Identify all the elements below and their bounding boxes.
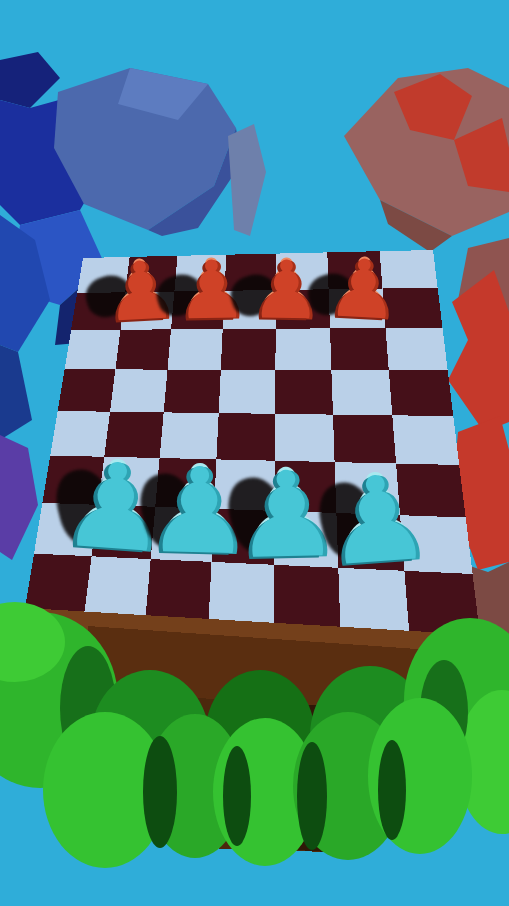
square-r4c2-light[interactable] bbox=[110, 369, 168, 412]
square-r4c4-light[interactable] bbox=[219, 370, 276, 414]
square-r4c1-dark[interactable] bbox=[58, 369, 116, 411]
square-r4c5-dark[interactable] bbox=[275, 370, 333, 415]
red-pawn-2[interactable]: ♟ bbox=[172, 250, 253, 331]
square-r4c3-dark[interactable] bbox=[164, 370, 221, 414]
board-pedestal bbox=[20, 606, 480, 852]
square-r4c6-light[interactable] bbox=[331, 370, 392, 415]
pedestal-column-shade bbox=[298, 704, 332, 852]
red-pawn-4[interactable]: ♟ bbox=[321, 248, 405, 332]
game-scene: ♟♟♟♟♟♟♟♟ bbox=[0, 0, 509, 906]
red-pawn-1[interactable]: ♟ bbox=[98, 250, 182, 334]
red-pawn-3[interactable]: ♟ bbox=[246, 250, 327, 331]
cyan-pawn-4[interactable]: ♟ bbox=[316, 458, 440, 582]
square-r4c7-dark[interactable] bbox=[389, 370, 454, 416]
